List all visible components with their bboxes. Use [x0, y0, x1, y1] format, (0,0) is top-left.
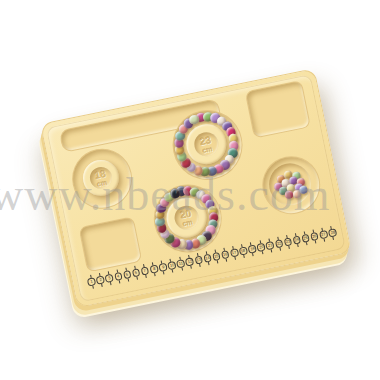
ruler-tick	[226, 258, 228, 262]
ruler-tick	[208, 262, 210, 266]
size-unit: cm	[96, 178, 108, 187]
ruler-tick	[217, 260, 219, 264]
ruler-tick	[279, 247, 281, 251]
top-right-compartment	[245, 80, 311, 139]
ruler-tick	[110, 282, 112, 286]
ruler-tick	[136, 276, 138, 280]
ruler-tick	[315, 240, 317, 244]
bracelet-station-20cm: 20 cm	[148, 179, 226, 257]
size-label-20cm: 20 cm	[179, 208, 193, 227]
ruler-tick	[154, 273, 156, 277]
ruler-tick	[172, 269, 174, 273]
size-label-18cm: 18 cm	[94, 168, 108, 187]
ruler-tick	[297, 244, 299, 248]
ruler-tick	[190, 265, 192, 269]
ruler-tick	[127, 278, 129, 282]
ruler-tick	[119, 280, 121, 284]
size-label-23cm: 23 cm	[199, 135, 213, 154]
product-photo: { "game": "bead-design-board", "descript…	[0, 0, 380, 380]
ruler-tick	[244, 255, 246, 259]
ruler-tick	[235, 256, 237, 260]
ruler-tick	[252, 253, 254, 257]
size-unit: cm	[181, 218, 193, 227]
ruler-tick	[306, 242, 308, 246]
bracelet-station-23cm: 23 cm	[166, 104, 246, 184]
ruler-tick	[288, 246, 290, 250]
size-unit: cm	[201, 145, 213, 154]
ruler-tick	[270, 249, 272, 253]
ruler-tick	[324, 238, 326, 242]
ruler-tick	[163, 271, 165, 275]
ruler-tick	[101, 284, 103, 288]
bead-dish-station	[257, 151, 323, 217]
ruler-mark: 28	[327, 225, 338, 241]
ruler-tick	[181, 267, 183, 271]
ruler-tick	[145, 275, 147, 279]
ruler-tick	[261, 251, 263, 255]
ruler-tick	[199, 264, 201, 268]
bead-design-tray: 18 cm 23 cm 20 cm 1234567891011	[40, 68, 352, 308]
bracelet-station-18cm: 18 cm	[67, 144, 135, 212]
ruler-tick	[92, 285, 94, 289]
ruler-tick	[333, 236, 335, 240]
